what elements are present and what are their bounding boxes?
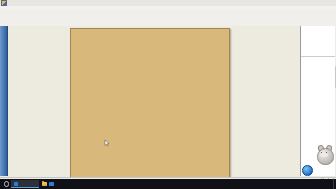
- multigo-app-icon: [14, 182, 18, 186]
- file-explorer-icon[interactable]: [42, 182, 47, 186]
- stones-layer: [80, 31, 223, 172]
- taskbar: [0, 179, 336, 189]
- game-tree-panel: [300, 26, 336, 176]
- blue-badge-icon[interactable]: [302, 165, 313, 176]
- go-board[interactable]: [70, 28, 230, 178]
- docked-toolbar-strip[interactable]: [0, 26, 8, 176]
- mascot-graphic: [315, 144, 334, 164]
- client-area: [0, 26, 336, 176]
- taskbar-app-button[interactable]: [11, 180, 39, 189]
- comment-box[interactable]: [301, 26, 335, 57]
- search-icon[interactable]: [4, 181, 10, 187]
- pinned-app-icon[interactable]: [49, 182, 53, 186]
- screen: [0, 0, 336, 189]
- mouse-cursor-icon: [105, 140, 113, 148]
